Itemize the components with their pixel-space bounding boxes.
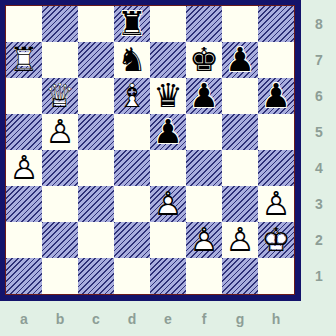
square-b4[interactable]: [42, 150, 78, 186]
file-label-h: h: [258, 302, 294, 336]
square-c5[interactable]: [78, 114, 114, 150]
chess-board: ♜♜♖♞♚♟♛♕♝♗♛♟♟♟♙♟♟♙♟♙♟♙♟♙♟♙♚♔: [6, 6, 294, 294]
square-c2[interactable]: [78, 222, 114, 258]
file-label-e: e: [150, 302, 186, 336]
square-g8[interactable]: [222, 6, 258, 42]
square-h3[interactable]: ♟♙: [258, 186, 294, 222]
black-queen-glyph: ♛: [150, 78, 186, 114]
piece-white-pawn-h3[interactable]: ♟♙: [258, 186, 294, 222]
square-a2[interactable]: [6, 222, 42, 258]
chess-diagram-page: ♜♜♖♞♚♟♛♕♝♗♛♟♟♟♙♟♟♙♟♙♟♙♟♙♟♙♚♔ 87654321 ab…: [0, 0, 336, 336]
rank-label-5: 5: [302, 114, 336, 150]
square-d5[interactable]: [114, 114, 150, 150]
black-pawn-glyph: ♟: [186, 78, 222, 114]
square-c3[interactable]: [78, 186, 114, 222]
piece-white-queen-b6[interactable]: ♛♕: [42, 78, 78, 114]
square-e4[interactable]: [150, 150, 186, 186]
white-rook-outline-glyph: ♖: [6, 42, 42, 78]
square-f4[interactable]: [186, 150, 222, 186]
square-e3[interactable]: ♟♙: [150, 186, 186, 222]
square-d1[interactable]: [114, 258, 150, 294]
square-c6[interactable]: [78, 78, 114, 114]
white-pawn-outline-glyph: ♙: [258, 186, 294, 222]
file-label-g: g: [222, 302, 258, 336]
square-a4[interactable]: ♟♙: [6, 150, 42, 186]
square-d6[interactable]: ♝♗: [114, 78, 150, 114]
square-e8[interactable]: [150, 6, 186, 42]
square-d2[interactable]: [114, 222, 150, 258]
piece-white-pawn-a4[interactable]: ♟♙: [6, 150, 42, 186]
square-g2[interactable]: ♟♙: [222, 222, 258, 258]
black-pawn-glyph: ♟: [258, 78, 294, 114]
rank-label-8: 8: [302, 6, 336, 42]
rank-label-3: 3: [302, 186, 336, 222]
square-d7[interactable]: ♞: [114, 42, 150, 78]
rank-label-1: 1: [302, 258, 336, 294]
file-label-d: d: [114, 302, 150, 336]
square-b3[interactable]: [42, 186, 78, 222]
rank-label-7: 7: [302, 42, 336, 78]
piece-black-pawn-g7[interactable]: ♟: [222, 42, 258, 78]
square-b7[interactable]: [42, 42, 78, 78]
square-b2[interactable]: [42, 222, 78, 258]
file-label-a: a: [6, 302, 42, 336]
square-a3[interactable]: [6, 186, 42, 222]
piece-black-pawn-e5[interactable]: ♟: [150, 114, 186, 150]
square-h2[interactable]: ♚♔: [258, 222, 294, 258]
white-pawn-outline-glyph: ♙: [222, 222, 258, 258]
piece-white-rook-a7[interactable]: ♜♖: [6, 42, 42, 78]
square-h7[interactable]: [258, 42, 294, 78]
square-a5[interactable]: [6, 114, 42, 150]
piece-black-knight-d7[interactable]: ♞: [114, 42, 150, 78]
piece-white-bishop-d6[interactable]: ♝♗: [114, 78, 150, 114]
square-a6[interactable]: [6, 78, 42, 114]
square-f7[interactable]: ♚: [186, 42, 222, 78]
square-g3[interactable]: [222, 186, 258, 222]
piece-black-pawn-h6[interactable]: ♟: [258, 78, 294, 114]
square-e7[interactable]: [150, 42, 186, 78]
black-pawn-glyph: ♟: [150, 114, 186, 150]
rank-label-2: 2: [302, 222, 336, 258]
square-a7[interactable]: ♜♖: [6, 42, 42, 78]
square-b1[interactable]: [42, 258, 78, 294]
square-a1[interactable]: [6, 258, 42, 294]
black-knight-glyph: ♞: [114, 42, 150, 78]
file-label-f: f: [186, 302, 222, 336]
square-g6[interactable]: [222, 78, 258, 114]
piece-white-pawn-b5[interactable]: ♟♙: [42, 114, 78, 150]
piece-black-pawn-f6[interactable]: ♟: [186, 78, 222, 114]
file-label-b: b: [42, 302, 78, 336]
white-pawn-outline-glyph: ♙: [186, 222, 222, 258]
square-b8[interactable]: [42, 6, 78, 42]
square-h1[interactable]: [258, 258, 294, 294]
piece-white-pawn-e3[interactable]: ♟♙: [150, 186, 186, 222]
square-h4[interactable]: [258, 150, 294, 186]
square-c7[interactable]: [78, 42, 114, 78]
black-king-glyph: ♚: [186, 42, 222, 78]
piece-white-pawn-f2[interactable]: ♟♙: [186, 222, 222, 258]
piece-white-king-h2[interactable]: ♚♔: [258, 222, 294, 258]
piece-black-king-f7[interactable]: ♚: [186, 42, 222, 78]
square-f2[interactable]: ♟♙: [186, 222, 222, 258]
square-d3[interactable]: [114, 186, 150, 222]
rank-label-4: 4: [302, 150, 336, 186]
square-g1[interactable]: [222, 258, 258, 294]
square-g7[interactable]: ♟: [222, 42, 258, 78]
square-e2[interactable]: [150, 222, 186, 258]
square-f3[interactable]: [186, 186, 222, 222]
white-queen-outline-glyph: ♕: [42, 78, 78, 114]
square-c1[interactable]: [78, 258, 114, 294]
square-h6[interactable]: ♟: [258, 78, 294, 114]
square-b5[interactable]: ♟♙: [42, 114, 78, 150]
square-c8[interactable]: [78, 6, 114, 42]
white-king-outline-glyph: ♔: [258, 222, 294, 258]
square-g5[interactable]: [222, 114, 258, 150]
square-a8[interactable]: [6, 6, 42, 42]
board-frame: ♜♜♖♞♚♟♛♕♝♗♛♟♟♟♙♟♟♙♟♙♟♙♟♙♟♙♚♔: [0, 0, 301, 301]
rank-label-6: 6: [302, 78, 336, 114]
square-f8[interactable]: [186, 6, 222, 42]
square-f6[interactable]: ♟: [186, 78, 222, 114]
square-e6[interactable]: ♛: [150, 78, 186, 114]
square-f1[interactable]: [186, 258, 222, 294]
rank-labels: 87654321: [302, 6, 336, 294]
square-e1[interactable]: [150, 258, 186, 294]
square-d4[interactable]: [114, 150, 150, 186]
board-inner-border: ♜♜♖♞♚♟♛♕♝♗♛♟♟♟♙♟♟♙♟♙♟♙♟♙♟♙♚♔: [5, 5, 295, 295]
square-h8[interactable]: [258, 6, 294, 42]
square-g4[interactable]: [222, 150, 258, 186]
file-labels: abcdefgh: [6, 302, 294, 336]
square-e5[interactable]: ♟: [150, 114, 186, 150]
square-c4[interactable]: [78, 150, 114, 186]
white-pawn-outline-glyph: ♙: [42, 114, 78, 150]
white-pawn-outline-glyph: ♙: [6, 150, 42, 186]
piece-black-rook-d8[interactable]: ♜: [114, 6, 150, 42]
black-rook-glyph: ♜: [114, 6, 150, 42]
square-d8[interactable]: ♜: [114, 6, 150, 42]
black-pawn-glyph: ♟: [222, 42, 258, 78]
file-label-c: c: [78, 302, 114, 336]
square-f5[interactable]: [186, 114, 222, 150]
piece-black-queen-e6[interactable]: ♛: [150, 78, 186, 114]
piece-white-pawn-g2[interactable]: ♟♙: [222, 222, 258, 258]
white-bishop-outline-glyph: ♗: [114, 78, 150, 114]
white-pawn-outline-glyph: ♙: [150, 186, 186, 222]
square-h5[interactable]: [258, 114, 294, 150]
square-b6[interactable]: ♛♕: [42, 78, 78, 114]
